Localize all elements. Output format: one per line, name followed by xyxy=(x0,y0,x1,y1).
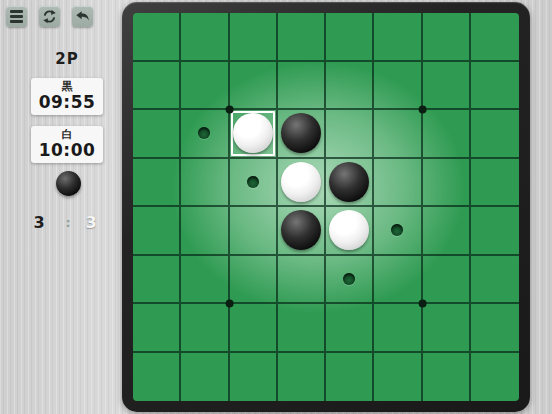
legal-move-hint[interactable] xyxy=(391,224,403,236)
board-cell-h3[interactable] xyxy=(471,110,519,159)
board-cell-a6[interactable] xyxy=(133,256,181,305)
board-cell-g6[interactable] xyxy=(423,256,471,305)
board-cell-h5[interactable] xyxy=(471,207,519,256)
board-cell-f7[interactable] xyxy=(374,304,422,353)
board-cell-b5[interactable] xyxy=(181,207,229,256)
legal-move-hint[interactable] xyxy=(247,176,259,188)
board-cell-g7[interactable] xyxy=(423,304,471,353)
board-cell-a5[interactable] xyxy=(133,207,181,256)
white-player-time: 10:00 xyxy=(31,141,103,159)
board-cell-a8[interactable] xyxy=(133,353,181,402)
board-cell-f8[interactable] xyxy=(374,353,422,402)
board-cell-f2[interactable] xyxy=(374,62,422,111)
board-cell-d3[interactable] xyxy=(278,110,326,159)
board-cell-b1[interactable] xyxy=(181,13,229,62)
black-stone xyxy=(329,162,369,202)
star-point xyxy=(225,300,233,308)
star-point xyxy=(225,106,233,114)
star-point xyxy=(418,106,426,114)
board-cell-g2[interactable] xyxy=(423,62,471,111)
board-cell-g5[interactable] xyxy=(423,207,471,256)
board-cell-f1[interactable] xyxy=(374,13,422,62)
board-cell-e8[interactable] xyxy=(326,353,374,402)
board-cell-c2[interactable] xyxy=(230,62,278,111)
board-cell-g8[interactable] xyxy=(423,353,471,402)
refresh-icon xyxy=(42,9,57,24)
board-cell-a3[interactable] xyxy=(133,110,181,159)
board-cell-d5[interactable] xyxy=(278,207,326,256)
undo-button[interactable] xyxy=(72,6,93,27)
game-mode-label: 2P xyxy=(31,50,103,68)
board-cell-h7[interactable] xyxy=(471,304,519,353)
board-cell-d8[interactable] xyxy=(278,353,326,402)
white-stone xyxy=(281,162,321,202)
board-cell-e2[interactable] xyxy=(326,62,374,111)
board-cell-d6[interactable] xyxy=(278,256,326,305)
board-cell-a1[interactable] xyxy=(133,13,181,62)
restart-button[interactable] xyxy=(39,6,60,27)
board-cell-c1[interactable] xyxy=(230,13,278,62)
legal-move-hint[interactable] xyxy=(198,127,210,139)
black-player-time: 09:55 xyxy=(31,93,103,111)
board-cell-c4[interactable] xyxy=(230,159,278,208)
board-grid xyxy=(133,13,519,401)
board-cell-h8[interactable] xyxy=(471,353,519,402)
board-cell-b7[interactable] xyxy=(181,304,229,353)
board-cell-h6[interactable] xyxy=(471,256,519,305)
black-stone xyxy=(281,113,321,153)
board-cell-f4[interactable] xyxy=(374,159,422,208)
board-cell-b6[interactable] xyxy=(181,256,229,305)
board-cell-d2[interactable] xyxy=(278,62,326,111)
board-cell-a4[interactable] xyxy=(133,159,181,208)
board-cell-c6[interactable] xyxy=(230,256,278,305)
board-cell-c3[interactable] xyxy=(230,110,278,159)
board-cell-a2[interactable] xyxy=(133,62,181,111)
board-cell-e4[interactable] xyxy=(326,159,374,208)
menu-button[interactable] xyxy=(6,6,27,27)
black-player-timer: 黒 09:55 xyxy=(31,78,103,115)
board-cell-a7[interactable] xyxy=(133,304,181,353)
board-cell-c8[interactable] xyxy=(230,353,278,402)
white-player-timer: 白 10:00 xyxy=(31,126,103,163)
board-cell-c5[interactable] xyxy=(230,207,278,256)
board-cell-f3[interactable] xyxy=(374,110,422,159)
white-score: 3 xyxy=(85,213,96,232)
board xyxy=(133,13,519,401)
undo-icon xyxy=(75,10,91,23)
score-row: 3 : 3 xyxy=(0,213,122,233)
board-cell-e1[interactable] xyxy=(326,13,374,62)
black-stone xyxy=(281,210,321,250)
board-cell-b4[interactable] xyxy=(181,159,229,208)
board-cell-e5[interactable] xyxy=(326,207,374,256)
board-cell-h2[interactable] xyxy=(471,62,519,111)
turn-indicator-stone xyxy=(56,171,81,196)
board-frame xyxy=(122,2,530,412)
board-cell-g3[interactable] xyxy=(423,110,471,159)
board-cell-e3[interactable] xyxy=(326,110,374,159)
white-stone xyxy=(233,113,273,153)
score-separator: : xyxy=(65,215,70,230)
board-cell-d4[interactable] xyxy=(278,159,326,208)
white-stone xyxy=(329,210,369,250)
menu-icon xyxy=(10,10,23,23)
board-cell-e7[interactable] xyxy=(326,304,374,353)
board-cell-f6[interactable] xyxy=(374,256,422,305)
board-cell-b8[interactable] xyxy=(181,353,229,402)
board-cell-h1[interactable] xyxy=(471,13,519,62)
board-cell-b2[interactable] xyxy=(181,62,229,111)
board-cell-g1[interactable] xyxy=(423,13,471,62)
star-point xyxy=(418,300,426,308)
board-cell-b3[interactable] xyxy=(181,110,229,159)
board-cell-f5[interactable] xyxy=(374,207,422,256)
black-score: 3 xyxy=(33,213,44,232)
board-cell-d1[interactable] xyxy=(278,13,326,62)
board-cell-e6[interactable] xyxy=(326,256,374,305)
board-cell-c7[interactable] xyxy=(230,304,278,353)
board-cell-g4[interactable] xyxy=(423,159,471,208)
legal-move-hint[interactable] xyxy=(343,273,355,285)
board-cell-d7[interactable] xyxy=(278,304,326,353)
board-cell-h4[interactable] xyxy=(471,159,519,208)
